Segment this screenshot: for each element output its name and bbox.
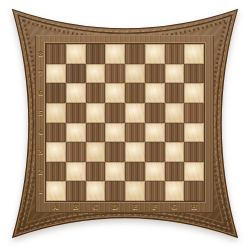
square-h2: [184, 162, 204, 182]
square-f4: [145, 123, 165, 143]
square-f8: [145, 44, 165, 64]
square-g6: [165, 83, 185, 103]
file-label-c: C: [86, 201, 106, 212]
square-g8: [165, 44, 185, 64]
square-c1: [86, 181, 106, 201]
square-g5: [165, 103, 185, 123]
square-b7: [66, 64, 86, 84]
square-a7: [46, 64, 66, 84]
square-e2: [125, 162, 145, 182]
square-h7: [184, 64, 204, 84]
square-b3: [66, 142, 86, 162]
square-d2: [105, 162, 125, 182]
rank-label-4: 4: [36, 123, 45, 143]
square-g3: [165, 142, 185, 162]
board-grid: [46, 44, 204, 201]
rank-label-3: 3: [36, 142, 45, 162]
file-label-g: G: [165, 201, 185, 212]
square-f5: [145, 103, 165, 123]
file-labels: ABCDEFGH: [46, 201, 204, 212]
square-f1: [145, 181, 165, 201]
square-a1: [46, 181, 66, 201]
square-f6: [145, 83, 165, 103]
square-a2: [46, 162, 66, 182]
rank-label-7: 7: [36, 64, 45, 84]
square-a6: [46, 83, 66, 103]
square-b2: [66, 162, 86, 182]
rank-labels: 87654321: [36, 44, 45, 201]
rank-label-5: 5: [36, 103, 45, 123]
file-label-h: H: [184, 201, 204, 212]
square-b8: [66, 44, 86, 64]
file-label-f: F: [145, 201, 165, 212]
square-d5: [105, 103, 125, 123]
square-a5: [46, 103, 66, 123]
square-a8: [46, 44, 66, 64]
square-f3: [145, 142, 165, 162]
rank-label-2: 2: [36, 162, 45, 182]
square-e8: [125, 44, 145, 64]
square-h8: [184, 44, 204, 64]
square-b4: [66, 123, 86, 143]
square-c8: [86, 44, 106, 64]
square-a4: [46, 123, 66, 143]
square-e3: [125, 142, 145, 162]
square-c4: [86, 123, 106, 143]
square-e7: [125, 64, 145, 84]
square-e5: [125, 103, 145, 123]
square-f7: [145, 64, 165, 84]
square-e1: [125, 181, 145, 201]
rank-label-6: 6: [36, 83, 45, 103]
square-c7: [86, 64, 106, 84]
square-d1: [105, 181, 125, 201]
chessboard-photo: 87654321 ABCDEFGH: [0, 0, 250, 250]
square-c3: [86, 142, 106, 162]
square-h6: [184, 83, 204, 103]
file-label-e: E: [125, 201, 145, 212]
square-g4: [165, 123, 185, 143]
square-b5: [66, 103, 86, 123]
square-e6: [125, 83, 145, 103]
square-g2: [165, 162, 185, 182]
square-e4: [125, 123, 145, 143]
file-label-b: B: [66, 201, 86, 212]
square-g7: [165, 64, 185, 84]
square-d4: [105, 123, 125, 143]
rank-label-8: 8: [36, 44, 45, 64]
file-label-a: A: [46, 201, 66, 212]
square-f2: [145, 162, 165, 182]
square-c5: [86, 103, 106, 123]
square-d8: [105, 44, 125, 64]
square-a3: [46, 142, 66, 162]
square-c2: [86, 162, 106, 182]
square-d6: [105, 83, 125, 103]
square-c6: [86, 83, 106, 103]
square-h1: [184, 181, 204, 201]
square-g1: [165, 181, 185, 201]
square-d7: [105, 64, 125, 84]
square-b6: [66, 83, 86, 103]
rank-label-1: 1: [36, 181, 45, 201]
file-label-d: D: [105, 201, 125, 212]
square-h3: [184, 142, 204, 162]
square-b1: [66, 181, 86, 201]
square-h4: [184, 123, 204, 143]
square-h5: [184, 103, 204, 123]
square-d3: [105, 142, 125, 162]
